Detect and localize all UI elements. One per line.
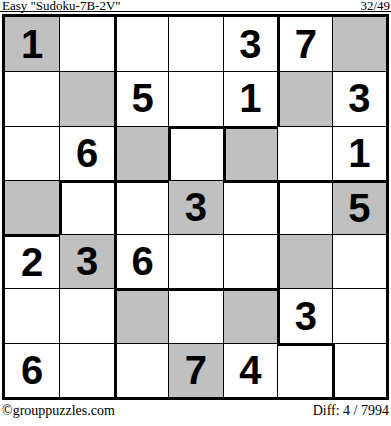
- cell-r0c5[interactable]: 7: [277, 17, 331, 71]
- cell-r4c3[interactable]: [168, 234, 222, 288]
- cell-r0c1[interactable]: [59, 17, 113, 71]
- cell-r2c6[interactable]: 1: [332, 126, 386, 180]
- cell-r6c5[interactable]: [277, 343, 331, 397]
- cell-r0c3[interactable]: [168, 17, 222, 71]
- cell-r0c2[interactable]: [114, 17, 168, 71]
- footer: ©grouppuzzles.com Diff: 4 / 7994: [2, 403, 389, 419]
- cell-r3c5[interactable]: [277, 180, 331, 234]
- cell-r5c2[interactable]: [114, 288, 168, 342]
- cell-r4c0[interactable]: 2: [5, 234, 59, 288]
- cell-r2c3[interactable]: [168, 126, 222, 180]
- cell-r4c2[interactable]: 6: [114, 234, 168, 288]
- cell-r1c2[interactable]: 5: [114, 71, 168, 125]
- cell-r3c4[interactable]: [223, 180, 277, 234]
- cell-r6c0[interactable]: 6: [5, 343, 59, 397]
- cell-r1c3[interactable]: [168, 71, 222, 125]
- cell-r0c0[interactable]: 1: [5, 17, 59, 71]
- cell-r1c6[interactable]: 3: [332, 71, 386, 125]
- cell-r0c4[interactable]: 3: [223, 17, 277, 71]
- cell-r5c0[interactable]: [5, 288, 59, 342]
- cell-r5c1[interactable]: [59, 288, 113, 342]
- cell-r6c1[interactable]: [59, 343, 113, 397]
- cell-r3c0[interactable]: [5, 180, 59, 234]
- cell-r5c5[interactable]: 3: [277, 288, 331, 342]
- cell-r3c3[interactable]: 3: [168, 180, 222, 234]
- cell-r6c4[interactable]: 4: [223, 343, 277, 397]
- cell-r1c1[interactable]: [59, 71, 113, 125]
- cell-r5c6[interactable]: [332, 288, 386, 342]
- cell-r6c2[interactable]: [114, 343, 168, 397]
- cell-r2c4[interactable]: [223, 126, 277, 180]
- cell-r3c6[interactable]: 5: [332, 180, 386, 234]
- cell-r1c4[interactable]: 1: [223, 71, 277, 125]
- cell-r6c3[interactable]: 7: [168, 343, 222, 397]
- cell-r2c1[interactable]: 6: [59, 126, 113, 180]
- cell-r2c5[interactable]: [277, 126, 331, 180]
- difficulty: Diff: 4 / 7994: [313, 403, 389, 419]
- cell-r4c1[interactable]: 3: [59, 234, 113, 288]
- cell-r3c1[interactable]: [59, 180, 113, 234]
- cell-r1c5[interactable]: [277, 71, 331, 125]
- cell-r5c3[interactable]: [168, 288, 222, 342]
- cell-r2c0[interactable]: [5, 126, 59, 180]
- cell-r1c0[interactable]: [5, 71, 59, 125]
- copyright: ©grouppuzzles.com: [2, 403, 115, 419]
- sudoku-board: 13751361352363674: [2, 14, 389, 400]
- cell-r2c2[interactable]: [114, 126, 168, 180]
- cell-r3c2[interactable]: [114, 180, 168, 234]
- cell-r4c4[interactable]: [223, 234, 277, 288]
- header-divider: [0, 11, 391, 12]
- cell-r4c5[interactable]: [277, 234, 331, 288]
- cell-r4c6[interactable]: [332, 234, 386, 288]
- cell-r0c6[interactable]: [332, 17, 386, 71]
- cell-r5c4[interactable]: [223, 288, 277, 342]
- cell-r6c6[interactable]: [332, 343, 386, 397]
